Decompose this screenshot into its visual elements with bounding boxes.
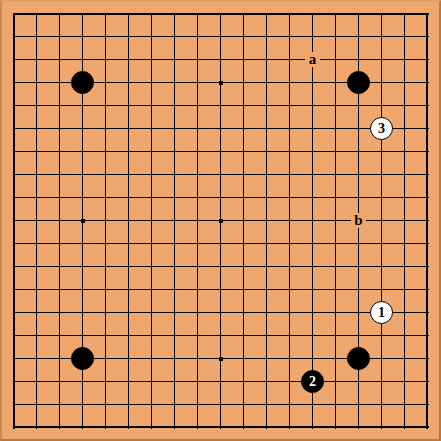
grid-line-horizontal	[13, 426, 429, 428]
star-point	[219, 357, 223, 361]
grid-line-horizontal	[13, 243, 429, 244]
go-board[interactable]: ab312	[0, 0, 441, 441]
grid-line-vertical	[105, 13, 106, 429]
grid-line-horizontal	[13, 36, 429, 37]
grid-line-vertical	[13, 13, 15, 429]
grid-line-vertical	[59, 13, 60, 429]
stone-white-move-1: 1	[370, 301, 393, 324]
stone-black-d16	[71, 71, 94, 94]
grid-line-horizontal	[13, 335, 429, 336]
star-point	[219, 219, 223, 223]
grid-line-vertical	[151, 13, 152, 429]
grid-line-vertical	[174, 13, 175, 429]
grid-line-vertical	[289, 13, 290, 429]
grid-line-horizontal	[13, 105, 429, 106]
grid-line-horizontal	[13, 174, 429, 175]
grid-line-horizontal	[13, 13, 429, 15]
grid-line-horizontal	[13, 312, 429, 313]
stone-black-move-2: 2	[301, 370, 324, 393]
grid-line-horizontal	[13, 151, 429, 152]
point-label-b: b	[351, 213, 366, 228]
grid-line-vertical	[128, 13, 129, 429]
stone-white-move-3: 3	[370, 117, 393, 140]
grid-line-vertical	[381, 13, 382, 429]
grid-line-vertical	[404, 13, 405, 429]
grid-line-vertical	[312, 13, 313, 429]
point-label-a: a	[305, 52, 320, 67]
grid-line-vertical	[36, 13, 37, 429]
grid-line-horizontal	[13, 197, 429, 198]
grid-line-horizontal	[13, 59, 429, 60]
grid-line-vertical	[197, 13, 198, 429]
grid-line-horizontal	[13, 266, 429, 267]
stone-black-d4	[71, 347, 94, 370]
grid-line-horizontal	[13, 289, 429, 290]
star-point	[219, 81, 223, 85]
star-point	[81, 219, 85, 223]
grid-line-vertical	[243, 13, 244, 429]
grid-line-horizontal	[13, 128, 429, 129]
grid-line-horizontal	[13, 381, 429, 382]
grid-line-vertical	[335, 13, 336, 429]
grid-line-vertical	[266, 13, 267, 429]
stone-black-q4	[347, 347, 370, 370]
grid-line-horizontal	[13, 404, 429, 405]
grid-line-vertical	[426, 13, 428, 429]
stone-black-q16	[347, 71, 370, 94]
